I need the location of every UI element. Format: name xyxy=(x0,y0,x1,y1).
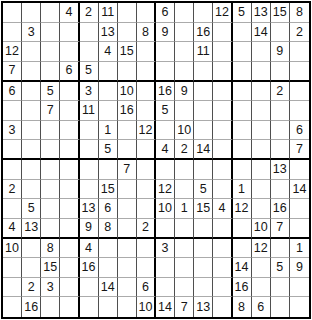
cell-r5c10: 9 xyxy=(175,82,194,102)
cell-r10c6: 15 xyxy=(99,180,118,200)
cell-r6c9: 5 xyxy=(156,101,175,121)
cell-r8c2[interactable] xyxy=(22,140,41,160)
cell-r4c11[interactable] xyxy=(194,62,213,82)
cell-r13c15[interactable] xyxy=(271,239,290,259)
cell-r3c1: 12 xyxy=(3,42,22,62)
cell-r2c10[interactable] xyxy=(175,23,194,43)
cell-r6c1[interactable] xyxy=(3,101,22,121)
cell-r11c16[interactable] xyxy=(290,199,309,219)
cell-r15c4[interactable] xyxy=(60,278,79,298)
cell-r7c9[interactable] xyxy=(156,121,175,141)
cell-r16c3[interactable] xyxy=(41,297,60,317)
cell-r10c15[interactable] xyxy=(271,180,290,200)
cell-r6c8[interactable] xyxy=(137,101,156,121)
sudoku-board: 4211612513158313891614212415119765653101… xyxy=(1,1,311,319)
cell-r9c15: 13 xyxy=(271,160,290,180)
cell-r7c3[interactable] xyxy=(41,121,60,141)
cell-r9c11[interactable] xyxy=(194,160,213,180)
cell-r6c16[interactable] xyxy=(290,101,309,121)
cell-r14c9[interactable] xyxy=(156,258,175,278)
cell-r12c3[interactable] xyxy=(41,219,60,239)
cell-r2c14: 14 xyxy=(252,23,271,43)
cell-r13c7[interactable] xyxy=(118,239,137,259)
cell-r16c4[interactable] xyxy=(60,297,79,317)
cell-r3c9[interactable] xyxy=(156,42,175,62)
cell-r16c6[interactable] xyxy=(99,297,118,317)
cell-r8c8[interactable] xyxy=(137,140,156,160)
cell-r14c10[interactable] xyxy=(175,258,194,278)
cell-r8c11: 14 xyxy=(194,140,213,160)
cell-r12c12[interactable] xyxy=(213,219,232,239)
cell-r16c14: 6 xyxy=(252,297,271,317)
cell-r9c13[interactable] xyxy=(233,160,252,180)
cell-r7c11[interactable] xyxy=(194,121,213,141)
cell-r7c2[interactable] xyxy=(22,121,41,141)
cell-r2c5[interactable] xyxy=(80,23,99,43)
cell-r4c9[interactable] xyxy=(156,62,175,82)
cell-r16c9: 14 xyxy=(156,297,175,317)
cell-r7c8: 12 xyxy=(137,121,156,141)
cell-r15c5[interactable] xyxy=(80,278,99,298)
cell-r1c13: 5 xyxy=(233,3,252,23)
cell-r5c11[interactable] xyxy=(194,82,213,102)
cell-r7c1: 3 xyxy=(3,121,22,141)
cell-r12c1: 4 xyxy=(3,219,22,239)
cell-r2c2: 3 xyxy=(22,23,41,43)
cell-r11c3[interactable] xyxy=(41,199,60,219)
cell-r8c6: 5 xyxy=(99,140,118,160)
cell-r2c8: 8 xyxy=(137,23,156,43)
cell-r2c13[interactable] xyxy=(233,23,252,43)
cell-r1c16: 8 xyxy=(290,3,309,23)
cell-r14c8[interactable] xyxy=(137,258,156,278)
cell-r11c2: 5 xyxy=(22,199,41,219)
cell-r7c10: 10 xyxy=(175,121,194,141)
cell-r13c12[interactable] xyxy=(213,239,232,259)
cell-r5c1: 6 xyxy=(3,82,22,102)
cell-r12c15: 7 xyxy=(271,219,290,239)
cell-r12c11[interactable] xyxy=(194,219,213,239)
cell-r13c5: 4 xyxy=(80,239,99,259)
cell-r6c7: 16 xyxy=(118,101,137,121)
cell-r10c8[interactable] xyxy=(137,180,156,200)
cell-r12c5: 9 xyxy=(80,219,99,239)
cell-r11c10: 1 xyxy=(175,199,194,219)
cell-r12c16[interactable] xyxy=(290,219,309,239)
cell-r11c8[interactable] xyxy=(137,199,156,219)
cell-r9c3[interactable] xyxy=(41,160,60,180)
cell-r16c11: 13 xyxy=(194,297,213,317)
cell-r4c5: 5 xyxy=(80,62,99,82)
cell-r13c8[interactable] xyxy=(137,239,156,259)
cell-r14c12[interactable] xyxy=(213,258,232,278)
cell-r2c9: 9 xyxy=(156,23,175,43)
cell-r8c15[interactable] xyxy=(271,140,290,160)
cell-r13c16: 1 xyxy=(290,239,309,259)
cell-r14c15: 5 xyxy=(271,258,290,278)
cell-r13c3: 8 xyxy=(41,239,60,259)
cell-r1c15: 15 xyxy=(271,3,290,23)
cell-r12c6: 8 xyxy=(99,219,118,239)
cell-r10c10[interactable] xyxy=(175,180,194,200)
cell-r4c4: 6 xyxy=(60,62,79,82)
cell-r13c14: 12 xyxy=(252,239,271,259)
cell-r8c14[interactable] xyxy=(252,140,271,160)
cell-r15c7[interactable] xyxy=(118,278,137,298)
cell-r15c3: 3 xyxy=(41,278,60,298)
cell-r9c2[interactable] xyxy=(22,160,41,180)
cell-r8c1[interactable] xyxy=(3,140,22,160)
cell-r11c15: 16 xyxy=(271,199,290,219)
cell-r15c15[interactable] xyxy=(271,278,290,298)
cell-r5c8[interactable] xyxy=(137,82,156,102)
cell-r1c8[interactable] xyxy=(137,3,156,23)
cell-r4c6[interactable] xyxy=(99,62,118,82)
cell-r10c4[interactable] xyxy=(60,180,79,200)
cell-r13c9: 3 xyxy=(156,239,175,259)
cell-r6c11[interactable] xyxy=(194,101,213,121)
cell-r11c4[interactable] xyxy=(60,199,79,219)
cell-r11c12: 4 xyxy=(213,199,232,219)
cell-r14c3: 15 xyxy=(41,258,60,278)
cell-r4c13[interactable] xyxy=(233,62,252,82)
cell-r7c7[interactable] xyxy=(118,121,137,141)
puzzle-page: 4211612513158313891614212415119765653101… xyxy=(0,0,312,320)
cell-r10c5[interactable] xyxy=(80,180,99,200)
cell-r11c14[interactable] xyxy=(252,199,271,219)
cell-r5c14[interactable] xyxy=(252,82,271,102)
cell-r13c2[interactable] xyxy=(22,239,41,259)
cell-r6c10[interactable] xyxy=(175,101,194,121)
cell-r2c6: 13 xyxy=(99,23,118,43)
cell-r9c10[interactable] xyxy=(175,160,194,180)
cell-r7c16: 6 xyxy=(290,121,309,141)
cell-r1c7[interactable] xyxy=(118,3,137,23)
cell-r3c12[interactable] xyxy=(213,42,232,62)
cell-r1c4: 4 xyxy=(60,3,79,23)
cell-r12c13[interactable] xyxy=(233,219,252,239)
cell-r12c7[interactable] xyxy=(118,219,137,239)
cell-r10c14[interactable] xyxy=(252,180,271,200)
cell-r9c4[interactable] xyxy=(60,160,79,180)
cell-r15c16[interactable] xyxy=(290,278,309,298)
cell-r8c10: 2 xyxy=(175,140,194,160)
cell-r3c10[interactable] xyxy=(175,42,194,62)
cell-r6c2[interactable] xyxy=(22,101,41,121)
cell-r2c4[interactable] xyxy=(60,23,79,43)
cell-r9c9[interactable] xyxy=(156,160,175,180)
cell-r7c4[interactable] xyxy=(60,121,79,141)
cell-r5c5: 3 xyxy=(80,82,99,102)
cell-r13c13[interactable] xyxy=(233,239,252,259)
cell-r4c10[interactable] xyxy=(175,62,194,82)
cell-r4c15[interactable] xyxy=(271,62,290,82)
cell-r6c15[interactable] xyxy=(271,101,290,121)
cell-r4c8[interactable] xyxy=(137,62,156,82)
cell-r11c5: 13 xyxy=(80,199,99,219)
cell-r9c5[interactable] xyxy=(80,160,99,180)
cell-r4c3[interactable] xyxy=(41,62,60,82)
cell-r7c13[interactable] xyxy=(233,121,252,141)
cell-r14c7[interactable] xyxy=(118,258,137,278)
cell-r15c8: 6 xyxy=(137,278,156,298)
cell-r14c1[interactable] xyxy=(3,258,22,278)
cell-r1c6: 11 xyxy=(99,3,118,23)
cell-r9c14[interactable] xyxy=(252,160,271,180)
cell-r4c12[interactable] xyxy=(213,62,232,82)
cell-r5c16[interactable] xyxy=(290,82,309,102)
cell-r8c3[interactable] xyxy=(41,140,60,160)
cell-r3c5[interactable] xyxy=(80,42,99,62)
cell-r11c1[interactable] xyxy=(3,199,22,219)
cell-r5c6[interactable] xyxy=(99,82,118,102)
cell-r3c14[interactable] xyxy=(252,42,271,62)
cell-r6c5: 11 xyxy=(80,101,99,121)
cell-r4c1: 7 xyxy=(3,62,22,82)
cell-r16c15[interactable] xyxy=(271,297,290,317)
cell-r15c12[interactable] xyxy=(213,278,232,298)
cell-r5c3: 5 xyxy=(41,82,60,102)
cell-r8c9: 4 xyxy=(156,140,175,160)
cell-r13c6[interactable] xyxy=(99,239,118,259)
cell-r6c3: 7 xyxy=(41,101,60,121)
cell-r8c16: 7 xyxy=(290,140,309,160)
cell-r2c3[interactable] xyxy=(41,23,60,43)
cell-r4c14[interactable] xyxy=(252,62,271,82)
cell-r10c12[interactable] xyxy=(213,180,232,200)
cell-r7c5[interactable] xyxy=(80,121,99,141)
cell-r4c7[interactable] xyxy=(118,62,137,82)
cell-r15c14[interactable] xyxy=(252,278,271,298)
cell-r16c1[interactable] xyxy=(3,297,22,317)
cell-r6c4[interactable] xyxy=(60,101,79,121)
cell-r7c15[interactable] xyxy=(271,121,290,141)
cell-r1c14: 13 xyxy=(252,3,271,23)
cell-r8c5[interactable] xyxy=(80,140,99,160)
cell-r14c11[interactable] xyxy=(194,258,213,278)
cell-r3c3[interactable] xyxy=(41,42,60,62)
cell-r5c4[interactable] xyxy=(60,82,79,102)
cell-r16c16[interactable] xyxy=(290,297,309,317)
cell-r14c2[interactable] xyxy=(22,258,41,278)
cell-r14c5: 16 xyxy=(80,258,99,278)
cell-r3c8[interactable] xyxy=(137,42,156,62)
cell-r12c9[interactable] xyxy=(156,219,175,239)
cell-r1c1[interactable] xyxy=(3,3,22,23)
cell-r11c13: 12 xyxy=(233,199,252,219)
cell-r3c4[interactable] xyxy=(60,42,79,62)
cell-r12c8: 2 xyxy=(137,219,156,239)
cell-r5c12[interactable] xyxy=(213,82,232,102)
cell-r8c7[interactable] xyxy=(118,140,137,160)
cell-r1c5: 2 xyxy=(80,3,99,23)
cell-r5c7: 10 xyxy=(118,82,137,102)
cell-r16c12[interactable] xyxy=(213,297,232,317)
cell-r9c6[interactable] xyxy=(99,160,118,180)
cell-r1c11[interactable] xyxy=(194,3,213,23)
cell-r12c10[interactable] xyxy=(175,219,194,239)
cell-r10c9: 12 xyxy=(156,180,175,200)
cell-r2c11: 16 xyxy=(194,23,213,43)
cell-r4c16[interactable] xyxy=(290,62,309,82)
cell-r12c14: 10 xyxy=(252,219,271,239)
cell-r10c1: 2 xyxy=(3,180,22,200)
cell-r15c2: 2 xyxy=(22,278,41,298)
cell-r16c5[interactable] xyxy=(80,297,99,317)
cell-r7c14[interactable] xyxy=(252,121,271,141)
cell-r3c11: 11 xyxy=(194,42,213,62)
cell-r2c1[interactable] xyxy=(3,23,22,43)
cell-r16c2: 16 xyxy=(22,297,41,317)
cell-r9c7: 7 xyxy=(118,160,137,180)
cell-r14c16: 9 xyxy=(290,258,309,278)
cell-r15c13: 16 xyxy=(233,278,252,298)
cell-r13c11[interactable] xyxy=(194,239,213,259)
cell-r11c7[interactable] xyxy=(118,199,137,219)
cell-r9c12[interactable] xyxy=(213,160,232,180)
cell-r16c13: 8 xyxy=(233,297,252,317)
cell-r1c12: 12 xyxy=(213,3,232,23)
cell-r9c1[interactable] xyxy=(3,160,22,180)
cell-r3c2[interactable] xyxy=(22,42,41,62)
cell-r3c6: 4 xyxy=(99,42,118,62)
cell-r12c2: 13 xyxy=(22,219,41,239)
cell-r5c9: 16 xyxy=(156,82,175,102)
cell-r15c10[interactable] xyxy=(175,278,194,298)
cell-r8c12[interactable] xyxy=(213,140,232,160)
cell-r14c13: 14 xyxy=(233,258,252,278)
cell-r16c10: 7 xyxy=(175,297,194,317)
cell-r4c2[interactable] xyxy=(22,62,41,82)
cell-r3c16[interactable] xyxy=(290,42,309,62)
cell-r6c12[interactable] xyxy=(213,101,232,121)
cell-r10c7[interactable] xyxy=(118,180,137,200)
cell-r16c7[interactable] xyxy=(118,297,137,317)
cell-r14c4[interactable] xyxy=(60,258,79,278)
cell-r2c7[interactable] xyxy=(118,23,137,43)
cell-r6c6[interactable] xyxy=(99,101,118,121)
cell-r10c16: 14 xyxy=(290,180,309,200)
cell-r11c6: 6 xyxy=(99,199,118,219)
cell-r8c4[interactable] xyxy=(60,140,79,160)
cell-r8c13[interactable] xyxy=(233,140,252,160)
cell-r13c1: 10 xyxy=(3,239,22,259)
cell-r15c6: 14 xyxy=(99,278,118,298)
cell-r5c13[interactable] xyxy=(233,82,252,102)
cell-r3c13[interactable] xyxy=(233,42,252,62)
cell-r15c1[interactable] xyxy=(3,278,22,298)
cell-r13c10[interactable] xyxy=(175,239,194,259)
cell-r15c9[interactable] xyxy=(156,278,175,298)
cell-r2c15[interactable] xyxy=(271,23,290,43)
cell-r2c16: 2 xyxy=(290,23,309,43)
cell-r11c11: 15 xyxy=(194,199,213,219)
cell-r10c11: 5 xyxy=(194,180,213,200)
cell-r1c9: 6 xyxy=(156,3,175,23)
cell-r10c13: 1 xyxy=(233,180,252,200)
cell-r2c12[interactable] xyxy=(213,23,232,43)
cell-r1c3[interactable] xyxy=(41,3,60,23)
cell-r7c6: 1 xyxy=(99,121,118,141)
cell-r13c4[interactable] xyxy=(60,239,79,259)
cell-r6c13[interactable] xyxy=(233,101,252,121)
cell-r14c6[interactable] xyxy=(99,258,118,278)
cell-r1c2[interactable] xyxy=(22,3,41,23)
cell-r14c14[interactable] xyxy=(252,258,271,278)
cell-r11c9: 10 xyxy=(156,199,175,219)
cell-r12c4[interactable] xyxy=(60,219,79,239)
cell-r16c8: 10 xyxy=(137,297,156,317)
cell-r9c8[interactable] xyxy=(137,160,156,180)
cell-r1c10[interactable] xyxy=(175,3,194,23)
cell-r10c2[interactable] xyxy=(22,180,41,200)
cell-r9c16[interactable] xyxy=(290,160,309,180)
cell-r3c15: 9 xyxy=(271,42,290,62)
cell-r7c12[interactable] xyxy=(213,121,232,141)
cell-r3c7: 15 xyxy=(118,42,137,62)
cell-r6c14[interactable] xyxy=(252,101,271,121)
cell-r5c2[interactable] xyxy=(22,82,41,102)
cell-r5c15: 2 xyxy=(271,82,290,102)
cell-r10c3[interactable] xyxy=(41,180,60,200)
cell-r15c11[interactable] xyxy=(194,278,213,298)
